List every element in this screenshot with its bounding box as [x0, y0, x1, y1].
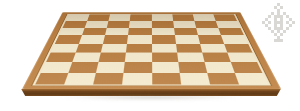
square-f6 [173, 28, 197, 36]
square-g8 [192, 14, 215, 20]
square-g4 [199, 43, 226, 52]
square-a5 [55, 35, 82, 43]
square-b8 [87, 14, 110, 20]
square-b3 [72, 52, 101, 62]
board-grid [35, 14, 268, 84]
square-e8 [151, 14, 172, 20]
square-c3 [98, 52, 126, 62]
square-e6 [151, 28, 174, 36]
square-f5 [174, 35, 199, 43]
square-e4 [151, 43, 176, 52]
square-h4 [223, 43, 251, 52]
square-b5 [79, 35, 105, 43]
square-g1 [206, 73, 238, 85]
square-b4 [75, 43, 102, 52]
square-f7 [172, 21, 195, 28]
square-a6 [58, 28, 84, 36]
square-a4 [50, 43, 78, 52]
square-d1 [122, 73, 151, 85]
square-e1 [151, 73, 180, 85]
square-a1 [35, 73, 68, 85]
product-photo-canvas [0, 0, 300, 111]
square-g3 [201, 52, 230, 62]
square-b1 [64, 73, 96, 85]
square-c8 [108, 14, 130, 20]
square-c1 [93, 73, 124, 85]
square-d6 [128, 28, 151, 36]
square-c6 [105, 28, 129, 36]
board-shadow [26, 95, 276, 103]
square-d7 [129, 21, 151, 28]
square-c5 [103, 35, 128, 43]
square-h8 [213, 14, 237, 20]
square-b2 [68, 62, 98, 73]
square-a3 [45, 52, 75, 62]
square-a7 [62, 21, 87, 28]
square-d2 [123, 62, 151, 73]
square-h5 [220, 35, 247, 43]
square-g5 [197, 35, 223, 43]
square-e3 [151, 52, 177, 62]
square-b6 [82, 28, 107, 36]
square-e2 [151, 62, 179, 73]
square-f1 [179, 73, 210, 85]
square-a2 [40, 62, 72, 73]
square-h7 [215, 21, 240, 28]
square-d5 [127, 35, 151, 43]
square-b7 [84, 21, 108, 28]
chessboard [21, 12, 280, 89]
square-d8 [130, 14, 151, 20]
square-e5 [151, 35, 175, 43]
square-h6 [218, 28, 244, 36]
square-a8 [65, 14, 89, 20]
square-f4 [175, 43, 201, 52]
square-d3 [125, 52, 151, 62]
square-c4 [101, 43, 127, 52]
square-e7 [151, 21, 173, 28]
square-h3 [227, 52, 257, 62]
square-f2 [177, 62, 206, 73]
square-c2 [96, 62, 125, 73]
square-c7 [107, 21, 130, 28]
square-g2 [204, 62, 234, 73]
square-g6 [195, 28, 220, 36]
square-g7 [194, 21, 218, 28]
square-f3 [176, 52, 204, 62]
pixel-chess-piece-watermark-icon [262, 3, 295, 42]
square-d4 [126, 43, 151, 52]
square-h2 [230, 62, 262, 73]
square-f8 [172, 14, 194, 20]
square-h1 [234, 73, 267, 85]
